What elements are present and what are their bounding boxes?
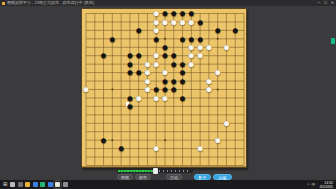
taskbar: ⊞ ^ 中 14:32 2024/6/5	[0, 180, 336, 189]
mouse-cursor-icon	[126, 102, 130, 108]
task-view-icon[interactable]	[18, 182, 23, 187]
close-button[interactable]: ✕	[331, 0, 334, 6]
move-slider-ticks	[159, 170, 191, 172]
status-indicator	[331, 38, 335, 44]
ime-indicator[interactable]: 中	[311, 180, 315, 189]
board-grid-lines	[82, 9, 248, 169]
clock-date: 2024/6/5	[319, 185, 333, 189]
title-bar: 围棋对弈平台 - 19路正式对局 - 对局进行中 (黑先) ─ □ ✕	[0, 0, 336, 6]
mail-icon[interactable]	[40, 182, 45, 187]
file-explorer-icon[interactable]	[25, 182, 30, 187]
start-button[interactable]: ⊞	[3, 180, 7, 189]
tray-chevron-icon[interactable]: ^	[307, 180, 309, 189]
move-slider-progress	[118, 170, 154, 172]
move-slider[interactable]	[117, 169, 193, 173]
go-app-icon[interactable]	[55, 182, 60, 187]
system-tray: ^ 中 14:32 2024/6/5	[307, 180, 335, 189]
settings-icon[interactable]	[63, 182, 68, 187]
minimize-button[interactable]: ─	[317, 0, 320, 6]
window-title: 围棋对弈平台 - 19路正式对局 - 对局进行中 (黑先)	[7, 0, 94, 6]
app-icon	[2, 2, 5, 5]
taskbar-clock[interactable]: 14:32 2024/6/5	[319, 181, 333, 189]
go-board[interactable]: ●●●●●●●●●●●●●●●●●●●●●●●●●●●●●●●●●●●●●●●●…	[81, 8, 247, 168]
search-icon[interactable]	[10, 182, 15, 187]
store-icon[interactable]	[48, 182, 53, 187]
taskbar-icons	[10, 182, 70, 187]
browser-icon[interactable]	[33, 182, 38, 187]
app-window: 围棋对弈平台 - 19路正式对局 - 对局进行中 (黑先) ─ □ ✕ ●●●●…	[0, 0, 336, 189]
move-slider-handle[interactable]	[153, 168, 158, 174]
maximize-button[interactable]: □	[324, 0, 326, 6]
window-controls: ─ □ ✕	[317, 0, 334, 6]
